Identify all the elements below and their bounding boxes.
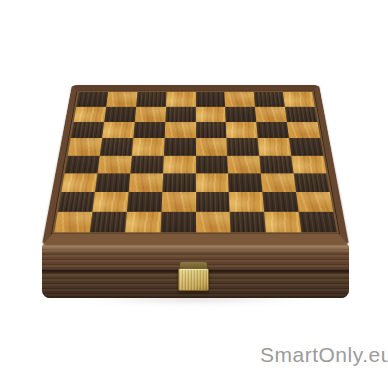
square	[163, 155, 196, 173]
square	[196, 92, 226, 107]
square	[128, 173, 162, 192]
square	[196, 192, 230, 212]
square	[259, 155, 293, 173]
square	[136, 92, 166, 107]
square	[291, 155, 326, 173]
square	[97, 155, 131, 173]
square	[132, 138, 165, 155]
square	[76, 92, 108, 107]
square	[54, 212, 92, 233]
square	[225, 92, 255, 107]
square	[165, 107, 195, 122]
square	[255, 107, 287, 122]
square	[100, 138, 133, 155]
square	[106, 92, 137, 107]
square	[133, 122, 165, 138]
board-frame	[42, 85, 349, 245]
square	[261, 173, 296, 192]
square	[90, 212, 127, 233]
square	[92, 192, 128, 212]
square	[289, 138, 323, 155]
square	[102, 122, 135, 138]
square	[196, 122, 227, 138]
square	[125, 212, 161, 233]
square	[230, 212, 266, 233]
square	[161, 192, 195, 212]
chess-board-lid	[42, 85, 349, 245]
square	[166, 92, 196, 107]
square	[196, 107, 226, 122]
square	[160, 212, 195, 233]
square	[264, 212, 301, 233]
square	[65, 155, 100, 173]
square	[258, 138, 291, 155]
square	[104, 107, 136, 122]
square	[287, 122, 320, 138]
chess-board	[54, 92, 337, 232]
square	[74, 107, 107, 122]
square	[135, 107, 166, 122]
square	[296, 192, 333, 212]
square	[58, 192, 95, 212]
square	[229, 192, 264, 212]
square	[299, 212, 337, 233]
square	[61, 173, 97, 192]
chess-box-product-photo: SmartOnly.eu	[0, 0, 388, 388]
square	[294, 173, 330, 192]
square	[127, 192, 162, 212]
square	[162, 173, 196, 192]
square	[263, 192, 299, 212]
square	[225, 107, 256, 122]
square	[95, 173, 130, 192]
square	[196, 138, 228, 155]
square	[196, 173, 230, 192]
square	[164, 138, 196, 155]
square	[130, 155, 164, 173]
watermark: SmartOnly.eu	[260, 343, 388, 367]
square	[71, 122, 104, 138]
square	[68, 138, 102, 155]
square	[227, 155, 261, 173]
square	[196, 212, 231, 233]
clasp-plate	[178, 268, 209, 291]
brass-clasp	[178, 262, 209, 291]
square	[164, 122, 195, 138]
square	[196, 155, 229, 173]
square	[256, 122, 289, 138]
square	[227, 138, 260, 155]
square	[254, 92, 285, 107]
square	[283, 92, 315, 107]
square	[285, 107, 318, 122]
square	[228, 173, 262, 192]
square	[226, 122, 258, 138]
